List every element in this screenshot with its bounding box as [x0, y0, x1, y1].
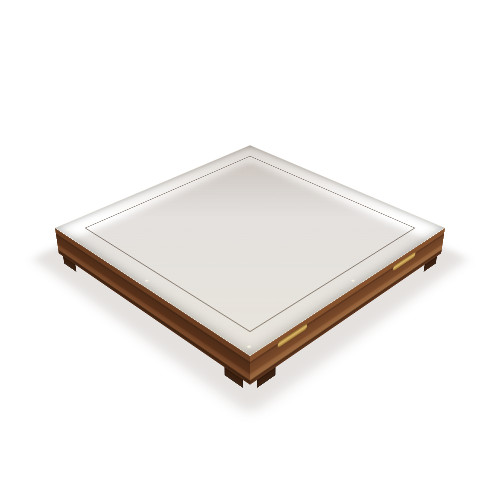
product-photo [0, 0, 500, 500]
pieces-layer [0, 0, 500, 500]
